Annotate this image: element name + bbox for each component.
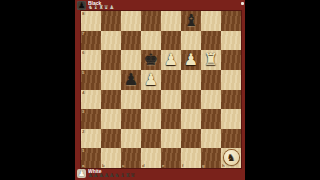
knight-logo-watermark: ♞	[224, 150, 239, 165]
square-e5[interactable]	[161, 70, 181, 90]
square-h3[interactable]	[221, 109, 241, 129]
file-label-h: h	[222, 164, 225, 168]
rank-label-1: 1	[82, 149, 84, 153]
square-f3[interactable]	[181, 109, 201, 129]
piece-white-pawn-e6[interactable]: ♟	[161, 50, 181, 70]
square-h6[interactable]	[221, 50, 241, 70]
rank-label-6: 6	[82, 51, 84, 55]
square-d6[interactable]: ♚	[141, 50, 161, 70]
captured-piece-icon: ♛	[131, 172, 136, 178]
square-b1[interactable]: b	[101, 148, 121, 168]
square-h2[interactable]	[221, 129, 241, 149]
square-c1[interactable]: c	[121, 148, 141, 168]
square-d2[interactable]	[141, 129, 161, 149]
square-d1[interactable]: d	[141, 148, 161, 168]
piece-white-pawn-d5[interactable]: ♟	[141, 70, 161, 90]
square-a3[interactable]: 3	[81, 109, 101, 129]
file-label-e: e	[162, 164, 164, 168]
square-h5[interactable]	[221, 70, 241, 90]
file-label-g: g	[202, 164, 205, 168]
square-c3[interactable]	[121, 109, 141, 129]
piece-white-pawn-f6[interactable]: ♟	[181, 50, 201, 70]
captured-pieces-white: ♟♟♟♟♟♞♝♜♛	[88, 173, 136, 179]
square-g3[interactable]	[201, 109, 221, 129]
square-c5[interactable]: ♟	[121, 70, 141, 90]
square-a1[interactable]: 1a	[81, 148, 101, 168]
square-f8[interactable]: ♝	[181, 11, 201, 31]
square-e3[interactable]	[161, 109, 181, 129]
captured-piece-icon: ♟	[109, 4, 114, 10]
file-label-f: f	[182, 164, 183, 168]
black-player-avatar: ♟	[77, 1, 86, 10]
square-a2[interactable]: 2	[81, 129, 101, 149]
square-e4[interactable]	[161, 90, 181, 110]
chess-board: 8♝76♚♟♟♜5♟♟4321abcdefgh♞	[81, 11, 241, 168]
square-d7[interactable]	[141, 31, 161, 51]
square-e1[interactable]: e	[161, 148, 181, 168]
square-h4[interactable]	[221, 90, 241, 110]
square-h7[interactable]	[221, 31, 241, 51]
square-g1[interactable]: g	[201, 148, 221, 168]
square-a8[interactable]: 8	[81, 11, 101, 31]
square-g5[interactable]	[201, 70, 221, 90]
square-c4[interactable]	[121, 90, 141, 110]
square-c7[interactable]	[121, 31, 141, 51]
chess-app-window: ♟ Black ♞♝♜♛♟ 8♝76♚♟♟♜5♟♟4321abcdefgh♞ ♟…	[75, 0, 245, 180]
video-frame: ♟ Black ♞♝♜♛♟ 8♝76♚♟♟♜5♟♟4321abcdefgh♞ ♟…	[0, 0, 320, 180]
black-pawn-icon: ♟	[78, 2, 85, 10]
square-e7[interactable]	[161, 31, 181, 51]
square-f5[interactable]	[181, 70, 201, 90]
white-pawn-icon: ♟	[78, 170, 85, 178]
square-f6[interactable]: ♟	[181, 50, 201, 70]
square-b2[interactable]	[101, 129, 121, 149]
square-b6[interactable]	[101, 50, 121, 70]
square-d8[interactable]	[141, 11, 161, 31]
square-a4[interactable]: 4	[81, 90, 101, 110]
rank-label-2: 2	[82, 130, 84, 134]
square-f2[interactable]	[181, 129, 201, 149]
square-b7[interactable]	[101, 31, 121, 51]
file-label-a: a	[82, 164, 84, 168]
square-a7[interactable]: 7	[81, 31, 101, 51]
rank-label-8: 8	[82, 12, 84, 16]
square-g4[interactable]	[201, 90, 221, 110]
square-b5[interactable]	[101, 70, 121, 90]
square-a6[interactable]: 6	[81, 50, 101, 70]
piece-black-pawn-c5[interactable]: ♟	[121, 70, 141, 90]
square-c8[interactable]	[121, 11, 141, 31]
menu-icon[interactable]	[241, 2, 244, 5]
square-g6[interactable]: ♜	[201, 50, 221, 70]
square-c6[interactable]	[121, 50, 141, 70]
piece-black-king-d6[interactable]: ♚	[141, 50, 161, 70]
square-h8[interactable]	[221, 11, 241, 31]
white-player-avatar: ♟	[77, 169, 86, 178]
piece-black-bishop-f8[interactable]: ♝	[181, 11, 201, 31]
square-d3[interactable]	[141, 109, 161, 129]
square-f4[interactable]	[181, 90, 201, 110]
square-b3[interactable]	[101, 109, 121, 129]
rank-label-7: 7	[82, 32, 84, 36]
square-d5[interactable]: ♟	[141, 70, 161, 90]
file-label-b: b	[102, 164, 105, 168]
square-d4[interactable]	[141, 90, 161, 110]
piece-white-rook-g6[interactable]: ♜	[201, 50, 221, 70]
rank-label-5: 5	[82, 71, 84, 75]
square-e8[interactable]	[161, 11, 181, 31]
rank-label-3: 3	[82, 110, 84, 114]
captured-pieces-black: ♞♝♜♛♟	[88, 5, 115, 11]
square-f7[interactable]	[181, 31, 201, 51]
square-e2[interactable]	[161, 129, 181, 149]
rank-label-4: 4	[82, 91, 84, 95]
square-g2[interactable]	[201, 129, 221, 149]
square-b8[interactable]	[101, 11, 121, 31]
square-g8[interactable]	[201, 11, 221, 31]
square-c2[interactable]	[121, 129, 141, 149]
file-label-d: d	[142, 164, 145, 168]
square-h1[interactable]: h♞	[221, 148, 241, 168]
square-e6[interactable]: ♟	[161, 50, 181, 70]
square-b4[interactable]	[101, 90, 121, 110]
square-g7[interactable]	[201, 31, 221, 51]
file-label-c: c	[122, 164, 124, 168]
square-f1[interactable]: f	[181, 148, 201, 168]
square-a5[interactable]: 5	[81, 70, 101, 90]
